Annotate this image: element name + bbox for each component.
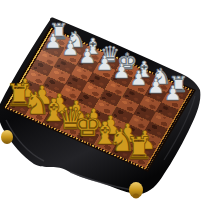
piece-silver-pawn[interactable]: ♟	[96, 55, 114, 75]
piece-silver-pawn[interactable]: ♟	[164, 85, 182, 105]
piece-gold-rook[interactable]: ♜	[125, 133, 153, 164]
piece-silver-pawn[interactable]: ♟	[61, 40, 79, 60]
piece-silver-pawn[interactable]: ♟	[44, 32, 62, 52]
piece-silver-pawn[interactable]: ♟	[79, 47, 97, 67]
product-photo: ♜♞♝♛♚♝♞♜♟♟♟♟♟♟♟♟♟♟♟♟♟♟♟♟♜♞♝♛♚♝♞♜	[0, 0, 215, 215]
piece-silver-pawn[interactable]: ♟	[113, 62, 131, 82]
piece-silver-pawn[interactable]: ♟	[130, 70, 148, 90]
pieces-layer: ♜♞♝♛♚♝♞♜♟♟♟♟♟♟♟♟♟♟♟♟♟♟♟♟♜♞♝♛♚♝♞♜	[0, 0, 215, 215]
piece-silver-pawn[interactable]: ♟	[147, 77, 165, 97]
